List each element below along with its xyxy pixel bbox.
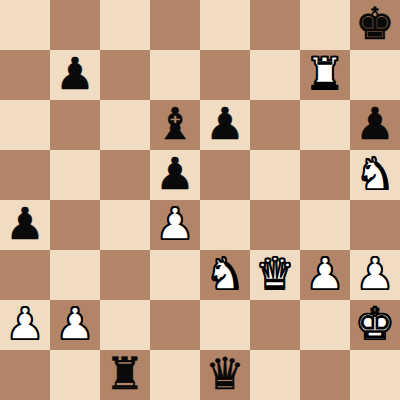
chess-board: ♚♟♜♝♟♟♟♞♟♟♞♛♟♟♟♟♚♜♛ (0, 0, 400, 400)
square-b1[interactable] (50, 350, 100, 400)
piece-black-pawn[interactable]: ♟ (5, 199, 44, 249)
square-h8[interactable]: ♚ (350, 0, 400, 50)
square-b8[interactable] (50, 0, 100, 50)
square-c8[interactable] (100, 0, 150, 50)
square-d4[interactable]: ♟ (150, 200, 200, 250)
square-d7[interactable] (150, 50, 200, 100)
piece-white-knight[interactable]: ♞ (205, 249, 244, 299)
square-c4[interactable] (100, 200, 150, 250)
piece-black-pawn[interactable]: ♟ (205, 99, 244, 149)
square-b7[interactable]: ♟ (50, 50, 100, 100)
square-f7[interactable] (250, 50, 300, 100)
piece-black-king[interactable]: ♚ (355, 0, 394, 49)
square-c1[interactable]: ♜ (100, 350, 150, 400)
square-h2[interactable]: ♚ (350, 300, 400, 350)
square-e5[interactable] (200, 150, 250, 200)
square-b6[interactable] (50, 100, 100, 150)
piece-black-pawn[interactable]: ♟ (355, 99, 394, 149)
piece-white-rook[interactable]: ♜ (305, 49, 344, 99)
piece-white-pawn[interactable]: ♟ (5, 299, 44, 349)
square-e3[interactable]: ♞ (200, 250, 250, 300)
square-a3[interactable] (0, 250, 50, 300)
square-a1[interactable] (0, 350, 50, 400)
square-c5[interactable] (100, 150, 150, 200)
square-h4[interactable] (350, 200, 400, 250)
square-a5[interactable] (0, 150, 50, 200)
square-g3[interactable]: ♟ (300, 250, 350, 300)
piece-black-pawn[interactable]: ♟ (155, 149, 194, 199)
square-a6[interactable] (0, 100, 50, 150)
square-f5[interactable] (250, 150, 300, 200)
piece-black-rook[interactable]: ♜ (105, 349, 144, 399)
square-c3[interactable] (100, 250, 150, 300)
square-a7[interactable] (0, 50, 50, 100)
square-e7[interactable] (200, 50, 250, 100)
piece-black-bishop[interactable]: ♝ (155, 99, 194, 149)
square-f2[interactable] (250, 300, 300, 350)
square-e4[interactable] (200, 200, 250, 250)
square-b3[interactable] (50, 250, 100, 300)
square-f3[interactable]: ♛ (250, 250, 300, 300)
square-h5[interactable]: ♞ (350, 150, 400, 200)
square-d5[interactable]: ♟ (150, 150, 200, 200)
piece-white-queen[interactable]: ♛ (255, 249, 294, 299)
square-g5[interactable] (300, 150, 350, 200)
square-h3[interactable]: ♟ (350, 250, 400, 300)
square-h6[interactable]: ♟ (350, 100, 400, 150)
square-g7[interactable]: ♜ (300, 50, 350, 100)
square-e6[interactable]: ♟ (200, 100, 250, 150)
square-g2[interactable] (300, 300, 350, 350)
square-g8[interactable] (300, 0, 350, 50)
square-f8[interactable] (250, 0, 300, 50)
square-g6[interactable] (300, 100, 350, 150)
piece-white-pawn[interactable]: ♟ (355, 249, 394, 299)
square-h7[interactable] (350, 50, 400, 100)
square-e1[interactable]: ♛ (200, 350, 250, 400)
piece-black-pawn[interactable]: ♟ (55, 49, 94, 99)
square-b5[interactable] (50, 150, 100, 200)
piece-white-pawn[interactable]: ♟ (305, 249, 344, 299)
square-f4[interactable] (250, 200, 300, 250)
square-g1[interactable] (300, 350, 350, 400)
piece-white-pawn[interactable]: ♟ (155, 199, 194, 249)
square-d3[interactable] (150, 250, 200, 300)
square-f6[interactable] (250, 100, 300, 150)
square-a2[interactable]: ♟ (0, 300, 50, 350)
piece-black-queen[interactable]: ♛ (205, 349, 244, 399)
square-d8[interactable] (150, 0, 200, 50)
piece-white-king[interactable]: ♚ (355, 299, 394, 349)
square-b4[interactable] (50, 200, 100, 250)
square-d1[interactable] (150, 350, 200, 400)
square-e8[interactable] (200, 0, 250, 50)
square-g4[interactable] (300, 200, 350, 250)
square-h1[interactable] (350, 350, 400, 400)
square-a4[interactable]: ♟ (0, 200, 50, 250)
piece-white-pawn[interactable]: ♟ (55, 299, 94, 349)
square-c7[interactable] (100, 50, 150, 100)
square-b2[interactable]: ♟ (50, 300, 100, 350)
square-e2[interactable] (200, 300, 250, 350)
square-f1[interactable] (250, 350, 300, 400)
square-c2[interactable] (100, 300, 150, 350)
square-a8[interactable] (0, 0, 50, 50)
piece-white-knight[interactable]: ♞ (355, 149, 394, 199)
square-c6[interactable] (100, 100, 150, 150)
square-d6[interactable]: ♝ (150, 100, 200, 150)
square-d2[interactable] (150, 300, 200, 350)
